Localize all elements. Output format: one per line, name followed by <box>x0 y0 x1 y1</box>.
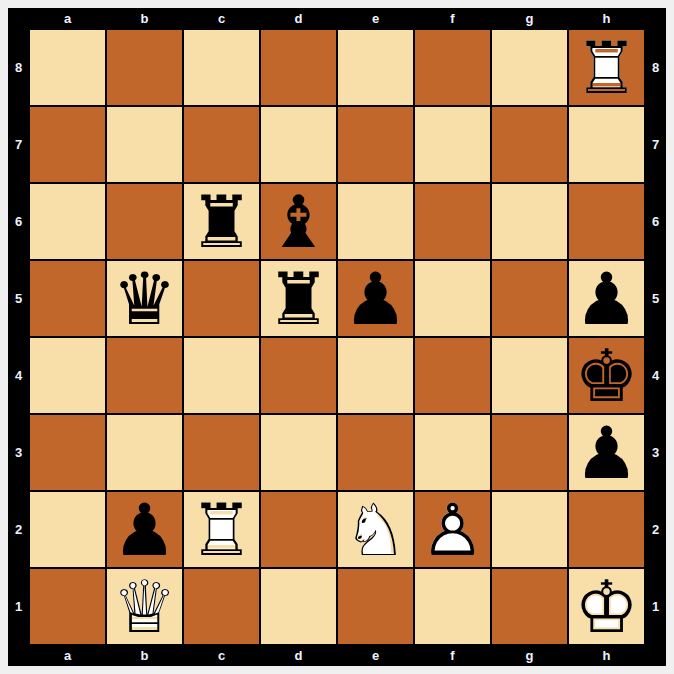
square-f3[interactable] <box>414 414 491 491</box>
white-knight-e2: ♞♘ <box>337 491 414 568</box>
rank-labels-left: 87654321 <box>8 29 29 645</box>
file-label-a: a <box>29 648 106 663</box>
square-g2[interactable] <box>491 491 568 568</box>
rank-labels-right: 87654321 <box>645 29 666 645</box>
square-f4[interactable] <box>414 337 491 414</box>
square-d1[interactable] <box>260 568 337 645</box>
frame-corner-bottom-left <box>8 645 29 666</box>
square-f7[interactable] <box>414 106 491 183</box>
file-labels-top: abcdefgh <box>29 8 645 29</box>
square-h5[interactable]: ♟ <box>568 260 645 337</box>
rank-label-2: 2 <box>8 522 29 537</box>
rank-label-4: 4 <box>645 368 666 383</box>
rank-label-2: 2 <box>645 522 666 537</box>
rank-label-5: 5 <box>8 291 29 306</box>
square-f6[interactable] <box>414 183 491 260</box>
file-label-g: g <box>491 11 568 26</box>
file-label-f: f <box>414 11 491 26</box>
square-c6[interactable]: ♜ <box>183 183 260 260</box>
square-c2[interactable]: ♜♖ <box>183 491 260 568</box>
file-label-d: d <box>260 648 337 663</box>
square-h2[interactable] <box>568 491 645 568</box>
black-bishop-d6: ♝ <box>260 183 337 260</box>
square-a3[interactable] <box>29 414 106 491</box>
square-h4[interactable]: ♚ <box>568 337 645 414</box>
square-d8[interactable] <box>260 29 337 106</box>
square-f2[interactable]: ♟♙ <box>414 491 491 568</box>
square-c1[interactable] <box>183 568 260 645</box>
page-background: abcdefgh 87654321 ♜♖♜♝♛♜♟♟♚♟♟♜♖♞♘♟♙♛♕♚♔ … <box>0 0 674 674</box>
square-h1[interactable]: ♚♔ <box>568 568 645 645</box>
square-c4[interactable] <box>183 337 260 414</box>
square-b4[interactable] <box>106 337 183 414</box>
file-label-f: f <box>414 648 491 663</box>
square-d6[interactable]: ♝ <box>260 183 337 260</box>
chessboard: ♜♖♜♝♛♜♟♟♚♟♟♜♖♞♘♟♙♛♕♚♔ <box>29 29 645 645</box>
frame-corner-top-left <box>8 8 29 29</box>
file-label-b: b <box>106 648 183 663</box>
file-label-b: b <box>106 11 183 26</box>
rank-label-3: 3 <box>8 445 29 460</box>
square-g6[interactable] <box>491 183 568 260</box>
square-b2[interactable]: ♟ <box>106 491 183 568</box>
black-pawn-b2: ♟ <box>106 491 183 568</box>
file-label-c: c <box>183 11 260 26</box>
square-c7[interactable] <box>183 106 260 183</box>
file-label-c: c <box>183 648 260 663</box>
square-e5[interactable]: ♟ <box>337 260 414 337</box>
rank-label-6: 6 <box>645 214 666 229</box>
rank-label-7: 7 <box>8 137 29 152</box>
square-a7[interactable] <box>29 106 106 183</box>
rank-label-4: 4 <box>8 368 29 383</box>
square-b8[interactable] <box>106 29 183 106</box>
rank-label-3: 3 <box>645 445 666 460</box>
square-g3[interactable] <box>491 414 568 491</box>
black-queen-b5: ♛ <box>106 260 183 337</box>
file-label-h: h <box>568 648 645 663</box>
rank-label-1: 1 <box>645 599 666 614</box>
square-c8[interactable] <box>183 29 260 106</box>
square-e8[interactable] <box>337 29 414 106</box>
file-label-e: e <box>337 11 414 26</box>
white-pawn-f2: ♟♙ <box>414 491 491 568</box>
black-king-h4: ♚ <box>568 337 645 414</box>
black-rook-c6: ♜ <box>183 183 260 260</box>
square-f1[interactable] <box>414 568 491 645</box>
square-b3[interactable] <box>106 414 183 491</box>
rank-label-7: 7 <box>645 137 666 152</box>
frame-corner-top-right <box>645 8 666 29</box>
square-d4[interactable] <box>260 337 337 414</box>
square-e1[interactable] <box>337 568 414 645</box>
rank-label-1: 1 <box>8 599 29 614</box>
rank-label-8: 8 <box>8 60 29 75</box>
black-rook-d5: ♜ <box>260 260 337 337</box>
square-e6[interactable] <box>337 183 414 260</box>
square-a8[interactable] <box>29 29 106 106</box>
square-b5[interactable]: ♛ <box>106 260 183 337</box>
square-g4[interactable] <box>491 337 568 414</box>
rank-label-8: 8 <box>645 60 666 75</box>
square-d5[interactable]: ♜ <box>260 260 337 337</box>
square-a4[interactable] <box>29 337 106 414</box>
square-f8[interactable] <box>414 29 491 106</box>
square-b1[interactable]: ♛♕ <box>106 568 183 645</box>
black-pawn-h3: ♟ <box>568 414 645 491</box>
white-king-h1: ♚♔ <box>568 568 645 645</box>
square-h7[interactable] <box>568 106 645 183</box>
square-g7[interactable] <box>491 106 568 183</box>
square-c3[interactable] <box>183 414 260 491</box>
square-c5[interactable] <box>183 260 260 337</box>
square-a6[interactable] <box>29 183 106 260</box>
rank-label-6: 6 <box>8 214 29 229</box>
square-d3[interactable] <box>260 414 337 491</box>
square-d7[interactable] <box>260 106 337 183</box>
black-pawn-h5: ♟ <box>568 260 645 337</box>
file-label-a: a <box>29 11 106 26</box>
square-h8[interactable]: ♜♖ <box>568 29 645 106</box>
square-a1[interactable] <box>29 568 106 645</box>
file-label-d: d <box>260 11 337 26</box>
square-f5[interactable] <box>414 260 491 337</box>
square-g1[interactable] <box>491 568 568 645</box>
square-b6[interactable] <box>106 183 183 260</box>
file-label-h: h <box>568 11 645 26</box>
rank-label-5: 5 <box>645 291 666 306</box>
black-pawn-e5: ♟ <box>337 260 414 337</box>
square-h6[interactable] <box>568 183 645 260</box>
white-rook-h8: ♜♖ <box>568 29 645 106</box>
square-e7[interactable] <box>337 106 414 183</box>
square-e2[interactable]: ♞♘ <box>337 491 414 568</box>
square-a5[interactable] <box>29 260 106 337</box>
frame-corner-bottom-right <box>645 645 666 666</box>
file-label-e: e <box>337 648 414 663</box>
square-a2[interactable] <box>29 491 106 568</box>
square-e4[interactable] <box>337 337 414 414</box>
square-d2[interactable] <box>260 491 337 568</box>
square-g8[interactable] <box>491 29 568 106</box>
square-h3[interactable]: ♟ <box>568 414 645 491</box>
file-label-g: g <box>491 648 568 663</box>
square-b7[interactable] <box>106 106 183 183</box>
white-rook-c2: ♜♖ <box>183 491 260 568</box>
white-queen-b1: ♛♕ <box>106 568 183 645</box>
board-frame: abcdefgh 87654321 ♜♖♜♝♛♜♟♟♚♟♟♜♖♞♘♟♙♛♕♚♔ … <box>8 8 666 666</box>
square-g5[interactable] <box>491 260 568 337</box>
square-e3[interactable] <box>337 414 414 491</box>
